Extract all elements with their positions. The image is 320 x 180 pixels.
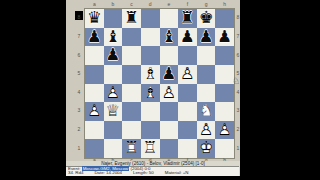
- square-h3: [215, 102, 234, 121]
- square-d4: ♝♗: [141, 84, 160, 103]
- rank-label: 8: [76, 8, 82, 27]
- square-d8: [141, 9, 160, 28]
- white-bishop: ♗: [141, 65, 160, 84]
- white-pawn: ♙: [178, 65, 197, 84]
- rank-label: 2: [235, 120, 241, 139]
- rank-label: 7: [76, 27, 82, 46]
- square-a6: [85, 46, 104, 65]
- black-pawn: ♟: [215, 28, 234, 47]
- black-bishop: ♝: [160, 28, 179, 47]
- square-e3: [160, 102, 179, 121]
- square-a5: [85, 65, 104, 84]
- rank-label: 5: [76, 64, 82, 83]
- white-pawn-fill: ♟: [160, 84, 179, 103]
- black-bishop: ♝: [104, 28, 123, 47]
- rank-label: 3: [76, 101, 82, 120]
- square-c2: [122, 121, 141, 140]
- white-pawn-fill: ♟: [178, 65, 197, 84]
- black-pawn: ♟: [178, 28, 197, 47]
- square-e5: ♟: [160, 65, 179, 84]
- rank-labels-left: 87654321: [76, 8, 82, 157]
- square-e4: ♟♙: [160, 84, 179, 103]
- square-f1: [178, 139, 197, 158]
- rank-label: 1: [76, 138, 82, 157]
- white-king: ♔: [197, 139, 216, 158]
- square-c6: [122, 46, 141, 65]
- square-b5: [104, 65, 123, 84]
- white-knight: ♘: [197, 102, 216, 121]
- square-d1: ♜♖: [141, 139, 160, 158]
- square-b3: ♛♕: [104, 102, 123, 121]
- stat-item: Date: 14.2004: [94, 171, 122, 175]
- square-b2: [104, 121, 123, 140]
- rank-label: 8: [235, 8, 241, 27]
- square-c3: [122, 102, 141, 121]
- square-b6: ♟: [104, 46, 123, 65]
- square-d5: ♝♗: [141, 65, 160, 84]
- black-rook: ♜: [178, 9, 197, 28]
- square-c4: [122, 84, 141, 103]
- screenshot-frame: abcdefgh 87654321 ♛♜♜♚♟♝♝♟♟♟♟♝♗♟♟♙♟♙♝♗♟♙…: [0, 0, 320, 180]
- white-pawn-fill: ♟: [197, 121, 216, 140]
- white-pawn: ♙: [215, 121, 234, 140]
- square-d2: [141, 121, 160, 140]
- white-rook: ♖: [122, 139, 141, 158]
- square-e2: [160, 121, 179, 140]
- black-king: ♚: [197, 9, 216, 28]
- square-a7: ♟: [85, 28, 104, 47]
- square-d6: [141, 46, 160, 65]
- square-g4: [197, 84, 216, 103]
- square-g5: [197, 65, 216, 84]
- square-g6: [197, 46, 216, 65]
- square-d7: [141, 28, 160, 47]
- black-rook: ♜: [122, 9, 141, 28]
- square-e1: [160, 139, 179, 158]
- white-bishop-fill: ♝: [141, 65, 160, 84]
- white-rook: ♖: [141, 139, 160, 158]
- file-label: g: [197, 1, 216, 7]
- stat-item: Length: 50: [133, 171, 154, 175]
- square-g8: ♚: [197, 9, 216, 28]
- black-pawn: ♟: [160, 65, 179, 84]
- square-h2: ♟♙: [215, 121, 234, 140]
- file-label: h: [215, 1, 234, 7]
- square-h7: ♟: [215, 28, 234, 47]
- rank-label: 3: [235, 101, 241, 120]
- white-pawn: ♙: [104, 84, 123, 103]
- square-c1: ♜♖: [122, 139, 141, 158]
- square-e6: [160, 46, 179, 65]
- file-label: b: [104, 1, 123, 7]
- rank-label: 2: [76, 120, 82, 139]
- stat-item: 34. Rd4: [68, 171, 83, 175]
- square-e7: ♝: [160, 28, 179, 47]
- white-pawn-fill: ♟: [215, 121, 234, 140]
- square-e8: [160, 9, 179, 28]
- square-h1: [215, 139, 234, 158]
- square-b1: [104, 139, 123, 158]
- file-label: a: [85, 1, 104, 7]
- white-queen-fill: ♛: [104, 102, 123, 121]
- square-a8: ♛: [85, 9, 104, 28]
- white-queen: ♕: [104, 102, 123, 121]
- white-rook-fill: ♜: [141, 139, 160, 158]
- square-f4: [178, 84, 197, 103]
- chess-diagram: abcdefgh 87654321 ♛♜♜♚♟♝♝♟♟♟♟♝♗♟♟♙♟♙♝♗♟♙…: [66, 0, 240, 176]
- white-pawn: ♙: [197, 121, 216, 140]
- square-f7: ♟: [178, 28, 197, 47]
- square-c7: [122, 28, 141, 47]
- white-rook-fill: ♜: [122, 139, 141, 158]
- black-pawn: ♟: [104, 46, 123, 65]
- black-pawn: ♟: [197, 28, 216, 47]
- white-knight-fill: ♞: [197, 102, 216, 121]
- square-c8: ♜: [122, 9, 141, 28]
- white-pawn-fill: ♟: [85, 102, 104, 121]
- square-b4: ♟♙: [104, 84, 123, 103]
- square-f3: [178, 102, 197, 121]
- file-labels-top: abcdefgh: [85, 1, 234, 7]
- square-f2: [178, 121, 197, 140]
- square-d3: [141, 102, 160, 121]
- square-f8: ♜: [178, 9, 197, 28]
- white-king-fill: ♚: [197, 139, 216, 158]
- square-a3: ♟♙: [85, 102, 104, 121]
- rank-label: 6: [235, 45, 241, 64]
- square-f6: [178, 46, 197, 65]
- file-label: c: [122, 1, 141, 7]
- square-a1: [85, 139, 104, 158]
- file-label: d: [141, 1, 160, 7]
- square-c5: [122, 65, 141, 84]
- knight-badge-icon: ♘: [232, 77, 240, 86]
- file-label: e: [160, 1, 179, 7]
- black-pawn: ♟: [85, 28, 104, 47]
- square-b7: ♝: [104, 28, 123, 47]
- stat-item: Material: +N: [165, 171, 189, 175]
- square-f5: ♟♙: [178, 65, 197, 84]
- game-info-panel: Najer, Evgeniy (2610) - Belov, Vladimir …: [66, 161, 240, 176]
- game-meta-box: Event: Moscow-GM2, Moscow (2004) 0:0 34.…: [66, 166, 239, 176]
- square-b8: [104, 9, 123, 28]
- chess-board: ♛♜♜♚♟♝♝♟♟♟♟♝♗♟♟♙♟♙♝♗♟♙♟♙♛♕♞♘♟♙♟♙♜♖♜♖♚♔: [84, 8, 235, 159]
- square-a2: [85, 121, 104, 140]
- square-g3: ♞♘: [197, 102, 216, 121]
- file-label: f: [178, 1, 197, 7]
- square-a4: [85, 84, 104, 103]
- white-bishop: ♗: [141, 84, 160, 103]
- square-g7: ♟: [197, 28, 216, 47]
- square-g2: ♟♙: [197, 121, 216, 140]
- white-pawn-fill: ♟: [104, 84, 123, 103]
- rank-label: 4: [76, 83, 82, 102]
- rank-label: 7: [235, 27, 241, 46]
- stats-line: 34. Rd4Date: 14.2004Length: 50Material: …: [66, 171, 239, 175]
- square-h4: [215, 84, 234, 103]
- square-h8: [215, 9, 234, 28]
- square-h6: [215, 46, 234, 65]
- rank-label: 1: [235, 138, 241, 157]
- white-bishop-fill: ♝: [141, 84, 160, 103]
- square-g1: ♚♔: [197, 139, 216, 158]
- rank-label: 6: [76, 45, 82, 64]
- black-queen: ♛: [85, 9, 104, 28]
- white-pawn: ♙: [85, 102, 104, 121]
- white-pawn: ♙: [160, 84, 179, 103]
